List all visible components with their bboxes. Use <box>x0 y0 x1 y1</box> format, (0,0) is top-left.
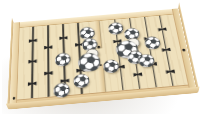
board: ⚽⚽⚽⚽⚽⚽⚽⚽⚽⚽⚽⚽⚽ <box>9 8 197 109</box>
soccer-puck[interactable]: ⚽ <box>103 59 119 73</box>
soccer-puck[interactable]: ⚽ <box>73 73 89 87</box>
soccer-ball-icon: ⚽ <box>54 52 72 65</box>
photo-scene: ⚽⚽⚽⚽⚽⚽⚽⚽⚽⚽⚽⚽⚽ <box>0 0 200 117</box>
soccer-ball-icon: ⚽ <box>72 73 91 87</box>
gate-hole <box>97 46 100 48</box>
soccer-puck[interactable]: ⚽ <box>55 52 70 65</box>
soccer-ball-icon: ⚽ <box>137 54 156 67</box>
soccer-ball-icon: ⚽ <box>143 36 162 48</box>
soccer-ball-icon: ⚽ <box>53 83 71 97</box>
